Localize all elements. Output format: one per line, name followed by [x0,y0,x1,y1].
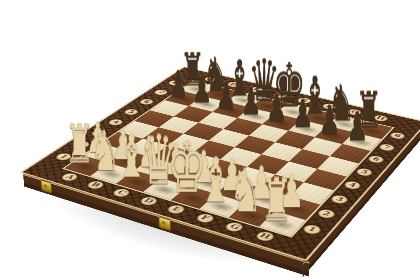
piece-white-knight: ♞ [229,161,262,221]
coord-label-3: 3 [329,194,351,205]
coord-label-1: 1 [301,223,324,236]
piece-black-pawn: ♟ [266,88,287,126]
chess-board: ABCDEFGH ABCDEFGH 87654321 87654321 ♜♞♝♛… [20,66,420,261]
coord-label-6: 6 [137,98,156,106]
coord-label-h: H [253,230,277,243]
piece-black-pawn: ♟ [216,76,237,114]
coord-label-5: 5 [122,108,141,116]
coord-label-2: 2 [315,208,338,220]
chess-set-photo: ABCDEFGH ABCDEFGH 87654321 87654321 ♜♞♝♛… [0,0,420,280]
coord-label-a: A [59,172,81,183]
piece-black-pawn: ♟ [168,66,188,103]
brass-clasp-icon [158,216,171,231]
coord-label-6: 6 [366,154,386,164]
coord-label-c: C [110,187,133,198]
piece-black-pawn: ♟ [346,106,368,146]
coord-label-8: 8 [388,131,407,140]
coord-label-4: 4 [342,180,363,191]
coord-label-7: 7 [377,143,397,152]
coord-label-5: 5 [354,167,375,177]
piece-black-pawn: ♟ [192,71,213,108]
piece-white-bishop: ♝ [199,151,233,212]
coord-label-d: D [137,195,160,207]
coord-label-g: G [223,221,247,234]
coord-label-f: F [193,212,216,224]
piece-white-rook: ♜ [260,171,292,229]
piece-black-pawn: ♟ [241,82,262,120]
coord-label-b: B [84,180,107,191]
brass-clasp-icon [40,179,52,193]
piece-black-pawn: ♟ [319,100,341,139]
piece-black-pawn: ♟ [292,94,314,133]
scene: ABCDEFGH ABCDEFGH 87654321 87654321 ♜♞♝♛… [0,0,420,280]
coord-label-e: E [165,204,188,216]
